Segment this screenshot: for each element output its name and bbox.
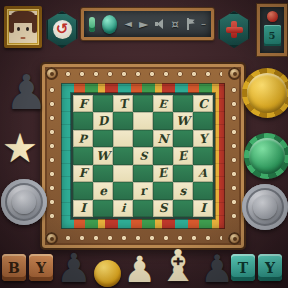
board-cell[interactable] [133,112,153,129]
board-cell[interactable]: E [173,147,193,164]
board-cell[interactable] [113,130,133,147]
board-cell[interactable]: Y [193,130,213,147]
board-letter: S [159,202,168,214]
gear-button-mark [261,87,273,99]
board-cell[interactable] [113,147,133,164]
board-cell[interactable] [73,112,93,129]
board-letter: r [139,185,147,198]
board-letter: C [198,98,208,110]
board-cell[interactable] [193,147,213,164]
board-cell[interactable]: E [153,165,173,182]
board-letter: P [79,133,88,144]
letter-tile[interactable]: Y [29,254,53,281]
board-letter: N [158,133,169,145]
board-cell[interactable]: W [93,147,113,164]
avatar-eye [26,27,29,31]
mosaic-border: FTECDWPNYWSEFEAersIiSI [61,83,225,229]
board-letter: F [79,98,88,110]
board-cell[interactable] [153,112,173,129]
star-icon[interactable]: ★ [2,128,38,168]
board-cell[interactable] [133,95,153,112]
counter-badge: 5 [264,25,281,46]
white-bishop-piece[interactable]: ♝ [158,244,197,288]
toggle-switch[interactable] [89,17,95,32]
avatar-eye [17,27,20,31]
frame-studs [64,70,222,78]
board-letter: A [198,168,207,179]
frame-studs [48,86,56,226]
board-cell[interactable]: N [153,130,173,147]
board-cell[interactable] [93,130,113,147]
board-letter: D [97,115,109,128]
board-cell[interactable]: F [73,95,93,112]
gear-button-mark [261,150,273,162]
health-button[interactable] [217,11,251,48]
letter-tile[interactable]: B [2,254,26,281]
rewind-icon[interactable]: ◄ [124,19,132,29]
silver-medallion-button[interactable] [1,179,47,225]
board-cell[interactable] [133,165,153,182]
board-cell[interactable]: F [73,165,93,182]
bottom-piece-row: ♟♟♝♟ [56,240,234,288]
board-cell[interactable]: A [193,165,213,182]
player-avatar[interactable] [4,6,42,48]
letter-tile-rack-left: B Y [2,254,53,281]
board-cell[interactable]: I [193,200,213,217]
board-letter: i [121,203,126,214]
health-cross-icon [226,21,243,38]
board-cell[interactable] [73,147,93,164]
board-cell[interactable]: T [113,95,133,112]
board-letter: W [96,150,109,162]
letter-tile[interactable]: T [231,254,255,281]
avatar-hair [10,11,36,23]
avatar-mouth [21,37,26,39]
go-button[interactable] [102,15,118,34]
board-cell[interactable] [173,130,193,147]
silver-medallion-button[interactable] [242,184,288,230]
board-cell[interactable] [113,182,133,199]
board-cell[interactable] [93,165,113,182]
board-grid: FTECDWPNYWSEFEAersIiSI [73,95,213,217]
board-cell[interactable]: i [113,200,133,217]
board-cell[interactable]: S [153,200,173,217]
board-cell[interactable]: P [73,130,93,147]
board-letter: W [176,115,189,127]
green-gear-button[interactable] [244,133,288,179]
red-indicator-icon [267,11,278,22]
black-pawn-piece[interactable]: ♟ [5,68,48,116]
board-letter: E [159,98,168,109]
board-cell[interactable]: e [93,182,113,199]
white-pawn-piece[interactable]: ♟ [124,252,156,288]
minus-icon[interactable]: – [201,19,206,29]
board-letter: E [178,149,189,162]
board-cell[interactable] [173,95,193,112]
black-pawn-piece[interactable]: ♟ [200,250,234,288]
board-cell[interactable] [173,200,193,217]
volume-icon[interactable] [155,19,164,29]
board-letter: E [158,167,169,180]
board-letter: F [79,167,88,179]
flag-icon[interactable] [186,18,194,30]
game-board: FTECDWPNYWSEFEAersIiSI [40,62,246,250]
avatar-face [9,11,37,43]
board-letter: T [118,97,128,110]
gold-gear-button[interactable] [242,68,288,118]
board-cell[interactable]: s [173,182,193,199]
top-toolbar: ◄ ► ¤ – [81,8,214,40]
board-cell[interactable]: S [133,147,153,164]
play-icon[interactable]: ► [139,18,148,30]
board-cell[interactable]: r [133,182,153,199]
board-cell[interactable] [113,165,133,182]
black-pawn-piece[interactable]: ♟ [56,248,92,288]
restart-button[interactable]: ↺ [45,11,79,48]
letter-tile-rack-right: T Y [231,254,282,281]
board-cell[interactable] [173,165,193,182]
board-cell[interactable] [93,200,113,217]
board-cell[interactable]: C [193,95,213,112]
letter-tile[interactable]: Y [258,254,282,281]
board-letter: e [99,185,107,197]
board-cell[interactable] [73,182,93,199]
game-background: ↺ ◄ ► ¤ – 5 FTECDWPNYWSEFEAersIiSI ♟ ★ [0,0,288,288]
board-letter: I [200,202,206,214]
board-cell[interactable] [153,147,173,164]
board-cell[interactable] [193,112,213,129]
board-cell[interactable] [113,112,133,129]
board-cell[interactable]: I [73,200,93,217]
board-cell[interactable] [193,182,213,199]
board-letter: s [180,185,187,197]
board-cell[interactable] [93,95,113,112]
frame-studs [230,86,238,226]
board-cell[interactable]: D [93,112,113,129]
status-panel: 5 [257,4,287,56]
board-letter: S [139,150,148,161]
restart-icon: ↺ [53,20,72,39]
frame-corner-ornament [228,67,241,80]
board-letter: I [80,202,86,214]
board-cell[interactable]: W [173,112,193,129]
board-cell[interactable] [133,130,153,147]
board-cell[interactable]: E [153,95,173,112]
gear-icon[interactable]: ¤ [171,18,179,30]
board-cell[interactable] [133,200,153,217]
gold-coin-piece[interactable] [94,260,121,287]
board-cell[interactable] [153,182,173,199]
board-letter: Y [198,132,208,145]
